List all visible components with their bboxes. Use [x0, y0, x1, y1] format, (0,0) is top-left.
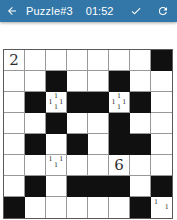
- pencil-notes: 1111: [48, 94, 64, 110]
- cell-r8c2[interactable]: [25, 197, 46, 218]
- cell-r6c7[interactable]: [130, 155, 151, 176]
- app-screen: Puzzle#3 01:52 211111111111611: [0, 0, 177, 220]
- cell-r7c5: [88, 176, 109, 197]
- cell-r5c4: [67, 134, 88, 155]
- cell-r1c6[interactable]: [109, 50, 130, 71]
- cell-r3c5: [88, 92, 109, 113]
- check-solution-button[interactable]: [130, 5, 142, 17]
- cell-r7c7[interactable]: [130, 176, 151, 197]
- cell-r2c2[interactable]: [25, 71, 46, 92]
- cell-r3c4: [67, 92, 88, 113]
- cell-r7c8: [151, 176, 172, 197]
- cell-r6c3[interactable]: 111: [46, 155, 67, 176]
- back-button[interactable]: [6, 5, 18, 17]
- cell-r6c6[interactable]: 6: [109, 155, 130, 176]
- cell-r5c1[interactable]: [4, 134, 25, 155]
- cell-r5c2: [25, 134, 46, 155]
- app-bar: Puzzle#3 01:52: [0, 0, 177, 22]
- cell-r4c6: [109, 113, 130, 134]
- cell-r6c8[interactable]: [151, 155, 172, 176]
- cell-r1c1[interactable]: 2: [4, 50, 25, 71]
- cell-r3c2: [25, 92, 46, 113]
- cell-r3c7: [130, 92, 151, 113]
- cell-r7c1[interactable]: [4, 176, 25, 197]
- cell-r6c2[interactable]: [25, 155, 46, 176]
- restart-button[interactable]: [157, 5, 169, 17]
- cell-r3c6[interactable]: 1111: [109, 92, 130, 113]
- cell-r8c8[interactable]: 11: [151, 197, 172, 218]
- cell-r4c3: [46, 113, 67, 134]
- cell-r4c5[interactable]: [88, 113, 109, 134]
- pencil-notes: 111: [48, 157, 64, 173]
- cell-r8c5[interactable]: [88, 197, 109, 218]
- cell-r2c6: [109, 71, 130, 92]
- timer-label: 01:52: [86, 5, 114, 17]
- cell-r6c5[interactable]: [88, 155, 109, 176]
- cell-r3c1[interactable]: [4, 92, 25, 113]
- pencil-notes: 11: [153, 199, 169, 215]
- cell-r1c8: [151, 50, 172, 71]
- page-title: Puzzle#3: [26, 5, 73, 17]
- cell-r4c4[interactable]: [67, 113, 88, 134]
- cell-r2c8[interactable]: [151, 71, 172, 92]
- cell-r3c8[interactable]: [151, 92, 172, 113]
- cell-r7c4: [67, 176, 88, 197]
- cell-r4c2[interactable]: [25, 113, 46, 134]
- cell-r2c4[interactable]: [67, 71, 88, 92]
- cell-r1c3[interactable]: [46, 50, 67, 71]
- cell-r1c2[interactable]: [25, 50, 46, 71]
- cell-r8c3[interactable]: [46, 197, 67, 218]
- cell-r6c4[interactable]: [67, 155, 88, 176]
- cell-r8c1: [4, 197, 25, 218]
- arrow-left-icon: [6, 5, 18, 17]
- cell-r5c5[interactable]: [88, 134, 109, 155]
- cell-r2c5[interactable]: [88, 71, 109, 92]
- cell-r7c3[interactable]: [46, 176, 67, 197]
- cell-r5c7: [130, 134, 151, 155]
- cell-r6c1[interactable]: [4, 155, 25, 176]
- puzzle-board: 211111111111611: [3, 49, 173, 219]
- cell-r8c4[interactable]: [67, 197, 88, 218]
- cell-r5c6: [109, 134, 130, 155]
- cell-r2c1[interactable]: [4, 71, 25, 92]
- refresh-icon: [157, 5, 169, 17]
- cell-r1c5[interactable]: [88, 50, 109, 71]
- cell-digit: 6: [114, 158, 124, 173]
- cell-r4c7[interactable]: [130, 113, 151, 134]
- cell-r1c4[interactable]: [67, 50, 88, 71]
- cell-r4c1[interactable]: [4, 113, 25, 134]
- cell-r8c7: [130, 197, 151, 218]
- cell-r5c3[interactable]: [46, 134, 67, 155]
- cell-r4c8[interactable]: [151, 113, 172, 134]
- pencil-notes: 1111: [111, 94, 127, 110]
- cell-r2c3: [46, 71, 67, 92]
- cell-r3c3[interactable]: 1111: [46, 92, 67, 113]
- cell-r5c8[interactable]: [151, 134, 172, 155]
- cell-r1c7[interactable]: [130, 50, 151, 71]
- checkmark-icon: [130, 5, 142, 17]
- cell-r7c6: [109, 176, 130, 197]
- cell-r2c7[interactable]: [130, 71, 151, 92]
- cell-r8c6[interactable]: [109, 197, 130, 218]
- cell-digit: 2: [9, 53, 19, 68]
- cell-r7c2: [25, 176, 46, 197]
